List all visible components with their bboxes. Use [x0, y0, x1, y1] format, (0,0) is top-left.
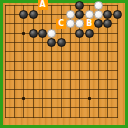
grid-line-horizontal — [5, 117, 118, 118]
black-stone — [75, 10, 84, 19]
black-stone — [103, 19, 112, 28]
black-stone — [47, 38, 56, 47]
black-stone — [94, 19, 103, 28]
black-stone — [75, 29, 84, 38]
grid-line-vertical — [117, 5, 118, 118]
black-stone — [29, 10, 38, 19]
answer-label-C[interactable]: C — [56, 19, 66, 29]
white-stone — [94, 1, 103, 10]
grid-line-horizontal — [5, 89, 118, 90]
black-stone — [57, 38, 66, 47]
grid-line-horizontal — [5, 107, 118, 108]
black-stone — [29, 29, 38, 38]
hoshi-star-point — [22, 32, 25, 35]
black-stone — [103, 10, 112, 19]
black-stone — [113, 10, 122, 19]
black-stone — [38, 29, 47, 38]
black-stone — [19, 10, 28, 19]
black-stone — [85, 29, 94, 38]
white-stone — [47, 29, 56, 38]
hoshi-star-point — [88, 97, 91, 100]
black-stone — [75, 1, 84, 10]
grid-line-horizontal — [5, 70, 118, 71]
white-stone — [75, 19, 84, 28]
white-stone — [94, 10, 103, 19]
white-stone — [66, 10, 75, 19]
white-stone — [66, 19, 75, 28]
hoshi-star-point — [22, 97, 25, 100]
grid-line-horizontal — [5, 61, 118, 62]
go-board[interactable]: ACB — [3, 3, 125, 125]
answer-label-B[interactable]: B — [84, 19, 94, 29]
go-board-screenshot: ACB — [0, 0, 128, 128]
answer-label-A[interactable]: A — [38, 0, 48, 10]
white-stone — [85, 10, 94, 19]
grid-line-horizontal — [5, 79, 118, 80]
